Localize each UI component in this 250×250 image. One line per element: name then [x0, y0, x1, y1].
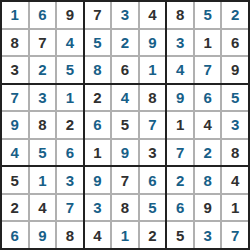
cell-r1c2[interactable]: 6: [30, 2, 56, 28]
cell-r7c3[interactable]: 3: [57, 167, 83, 193]
cell-r3c3[interactable]: 5: [57, 57, 83, 83]
cell-r3c9[interactable]: 9: [222, 57, 248, 83]
sudoku-box-6: 965143728: [167, 85, 248, 166]
cell-r6c3[interactable]: 6: [57, 140, 83, 166]
cell-r6c5[interactable]: 9: [112, 140, 138, 166]
sudoku-box-7: 513247698: [2, 167, 83, 248]
cell-r9c5[interactable]: 1: [112, 222, 138, 248]
cell-r8c2[interactable]: 4: [30, 195, 56, 221]
cell-r1c4[interactable]: 7: [85, 2, 111, 28]
cell-r6c8[interactable]: 2: [195, 140, 221, 166]
cell-r5c2[interactable]: 8: [30, 112, 56, 138]
cell-r5c6[interactable]: 7: [140, 112, 166, 138]
cell-r7c1[interactable]: 5: [2, 167, 28, 193]
cell-r7c9[interactable]: 4: [222, 167, 248, 193]
cell-r8c3[interactable]: 7: [57, 195, 83, 221]
cell-r2c9[interactable]: 6: [222, 30, 248, 56]
cell-r1c6[interactable]: 4: [140, 2, 166, 28]
cell-r5c4[interactable]: 6: [85, 112, 111, 138]
cell-r5c3[interactable]: 2: [57, 112, 83, 138]
cell-r8c7[interactable]: 6: [167, 195, 193, 221]
cell-r9c7[interactable]: 5: [167, 222, 193, 248]
cell-r3c1[interactable]: 3: [2, 57, 28, 83]
cell-r4c3[interactable]: 1: [57, 85, 83, 111]
cell-r4c7[interactable]: 9: [167, 85, 193, 111]
cell-r6c4[interactable]: 1: [85, 140, 111, 166]
cell-r6c2[interactable]: 5: [30, 140, 56, 166]
cell-r4c8[interactable]: 6: [195, 85, 221, 111]
cell-r1c7[interactable]: 8: [167, 2, 193, 28]
cell-r8c9[interactable]: 1: [222, 195, 248, 221]
cell-r9c4[interactable]: 4: [85, 222, 111, 248]
cell-r1c1[interactable]: 1: [2, 2, 28, 28]
sudoku-box-5: 248657193: [85, 85, 166, 166]
cell-r4c9[interactable]: 5: [222, 85, 248, 111]
cell-r3c6[interactable]: 1: [140, 57, 166, 83]
cell-r2c6[interactable]: 9: [140, 30, 166, 56]
cell-r4c5[interactable]: 4: [112, 85, 138, 111]
cell-r8c4[interactable]: 3: [85, 195, 111, 221]
cell-r2c7[interactable]: 3: [167, 30, 193, 56]
cell-r7c5[interactable]: 7: [112, 167, 138, 193]
cell-r5c1[interactable]: 9: [2, 112, 28, 138]
cell-r5c8[interactable]: 4: [195, 112, 221, 138]
sudoku-box-9: 284691537: [167, 167, 248, 248]
cell-r7c4[interactable]: 9: [85, 167, 111, 193]
sudoku-box-3: 852316479: [167, 2, 248, 83]
cell-r4c1[interactable]: 7: [2, 85, 28, 111]
cell-r3c8[interactable]: 7: [195, 57, 221, 83]
cell-r3c7[interactable]: 4: [167, 57, 193, 83]
cell-r7c6[interactable]: 6: [140, 167, 166, 193]
cell-r4c2[interactable]: 3: [30, 85, 56, 111]
cell-r1c9[interactable]: 2: [222, 2, 248, 28]
cell-r6c1[interactable]: 4: [2, 140, 28, 166]
sudoku-box-8: 976385412: [85, 167, 166, 248]
cell-r8c1[interactable]: 2: [2, 195, 28, 221]
cell-r2c1[interactable]: 8: [2, 30, 28, 56]
cell-r8c5[interactable]: 8: [112, 195, 138, 221]
cell-r3c2[interactable]: 2: [30, 57, 56, 83]
cell-r9c2[interactable]: 9: [30, 222, 56, 248]
cell-r4c4[interactable]: 2: [85, 85, 111, 111]
cell-r5c7[interactable]: 1: [167, 112, 193, 138]
cell-r3c4[interactable]: 8: [85, 57, 111, 83]
cell-r6c6[interactable]: 3: [140, 140, 166, 166]
cell-r6c7[interactable]: 7: [167, 140, 193, 166]
cell-r9c1[interactable]: 6: [2, 222, 28, 248]
cell-r4c6[interactable]: 8: [140, 85, 166, 111]
sudoku-box-4: 731982456: [2, 85, 83, 166]
cell-r1c8[interactable]: 5: [195, 2, 221, 28]
sudoku-box-1: 169874325: [2, 2, 83, 83]
cell-r2c8[interactable]: 1: [195, 30, 221, 56]
cell-r1c5[interactable]: 3: [112, 2, 138, 28]
cell-r7c7[interactable]: 2: [167, 167, 193, 193]
cell-r9c9[interactable]: 7: [222, 222, 248, 248]
sudoku-box-2: 734529861: [85, 2, 166, 83]
cell-r9c6[interactable]: 2: [140, 222, 166, 248]
cell-r5c5[interactable]: 5: [112, 112, 138, 138]
cell-r8c6[interactable]: 5: [140, 195, 166, 221]
cell-r9c3[interactable]: 8: [57, 222, 83, 248]
sudoku-board: 1698743257345298618523164797319824562486…: [0, 0, 250, 250]
cell-r8c8[interactable]: 9: [195, 195, 221, 221]
cell-r7c2[interactable]: 1: [30, 167, 56, 193]
cell-r2c3[interactable]: 4: [57, 30, 83, 56]
cell-r7c8[interactable]: 8: [195, 167, 221, 193]
cell-r5c9[interactable]: 3: [222, 112, 248, 138]
cell-r3c5[interactable]: 6: [112, 57, 138, 83]
cell-r2c4[interactable]: 5: [85, 30, 111, 56]
cell-r2c2[interactable]: 7: [30, 30, 56, 56]
cell-r6c9[interactable]: 8: [222, 140, 248, 166]
cell-r1c3[interactable]: 9: [57, 2, 83, 28]
cell-r9c8[interactable]: 3: [195, 222, 221, 248]
cell-r2c5[interactable]: 2: [112, 30, 138, 56]
